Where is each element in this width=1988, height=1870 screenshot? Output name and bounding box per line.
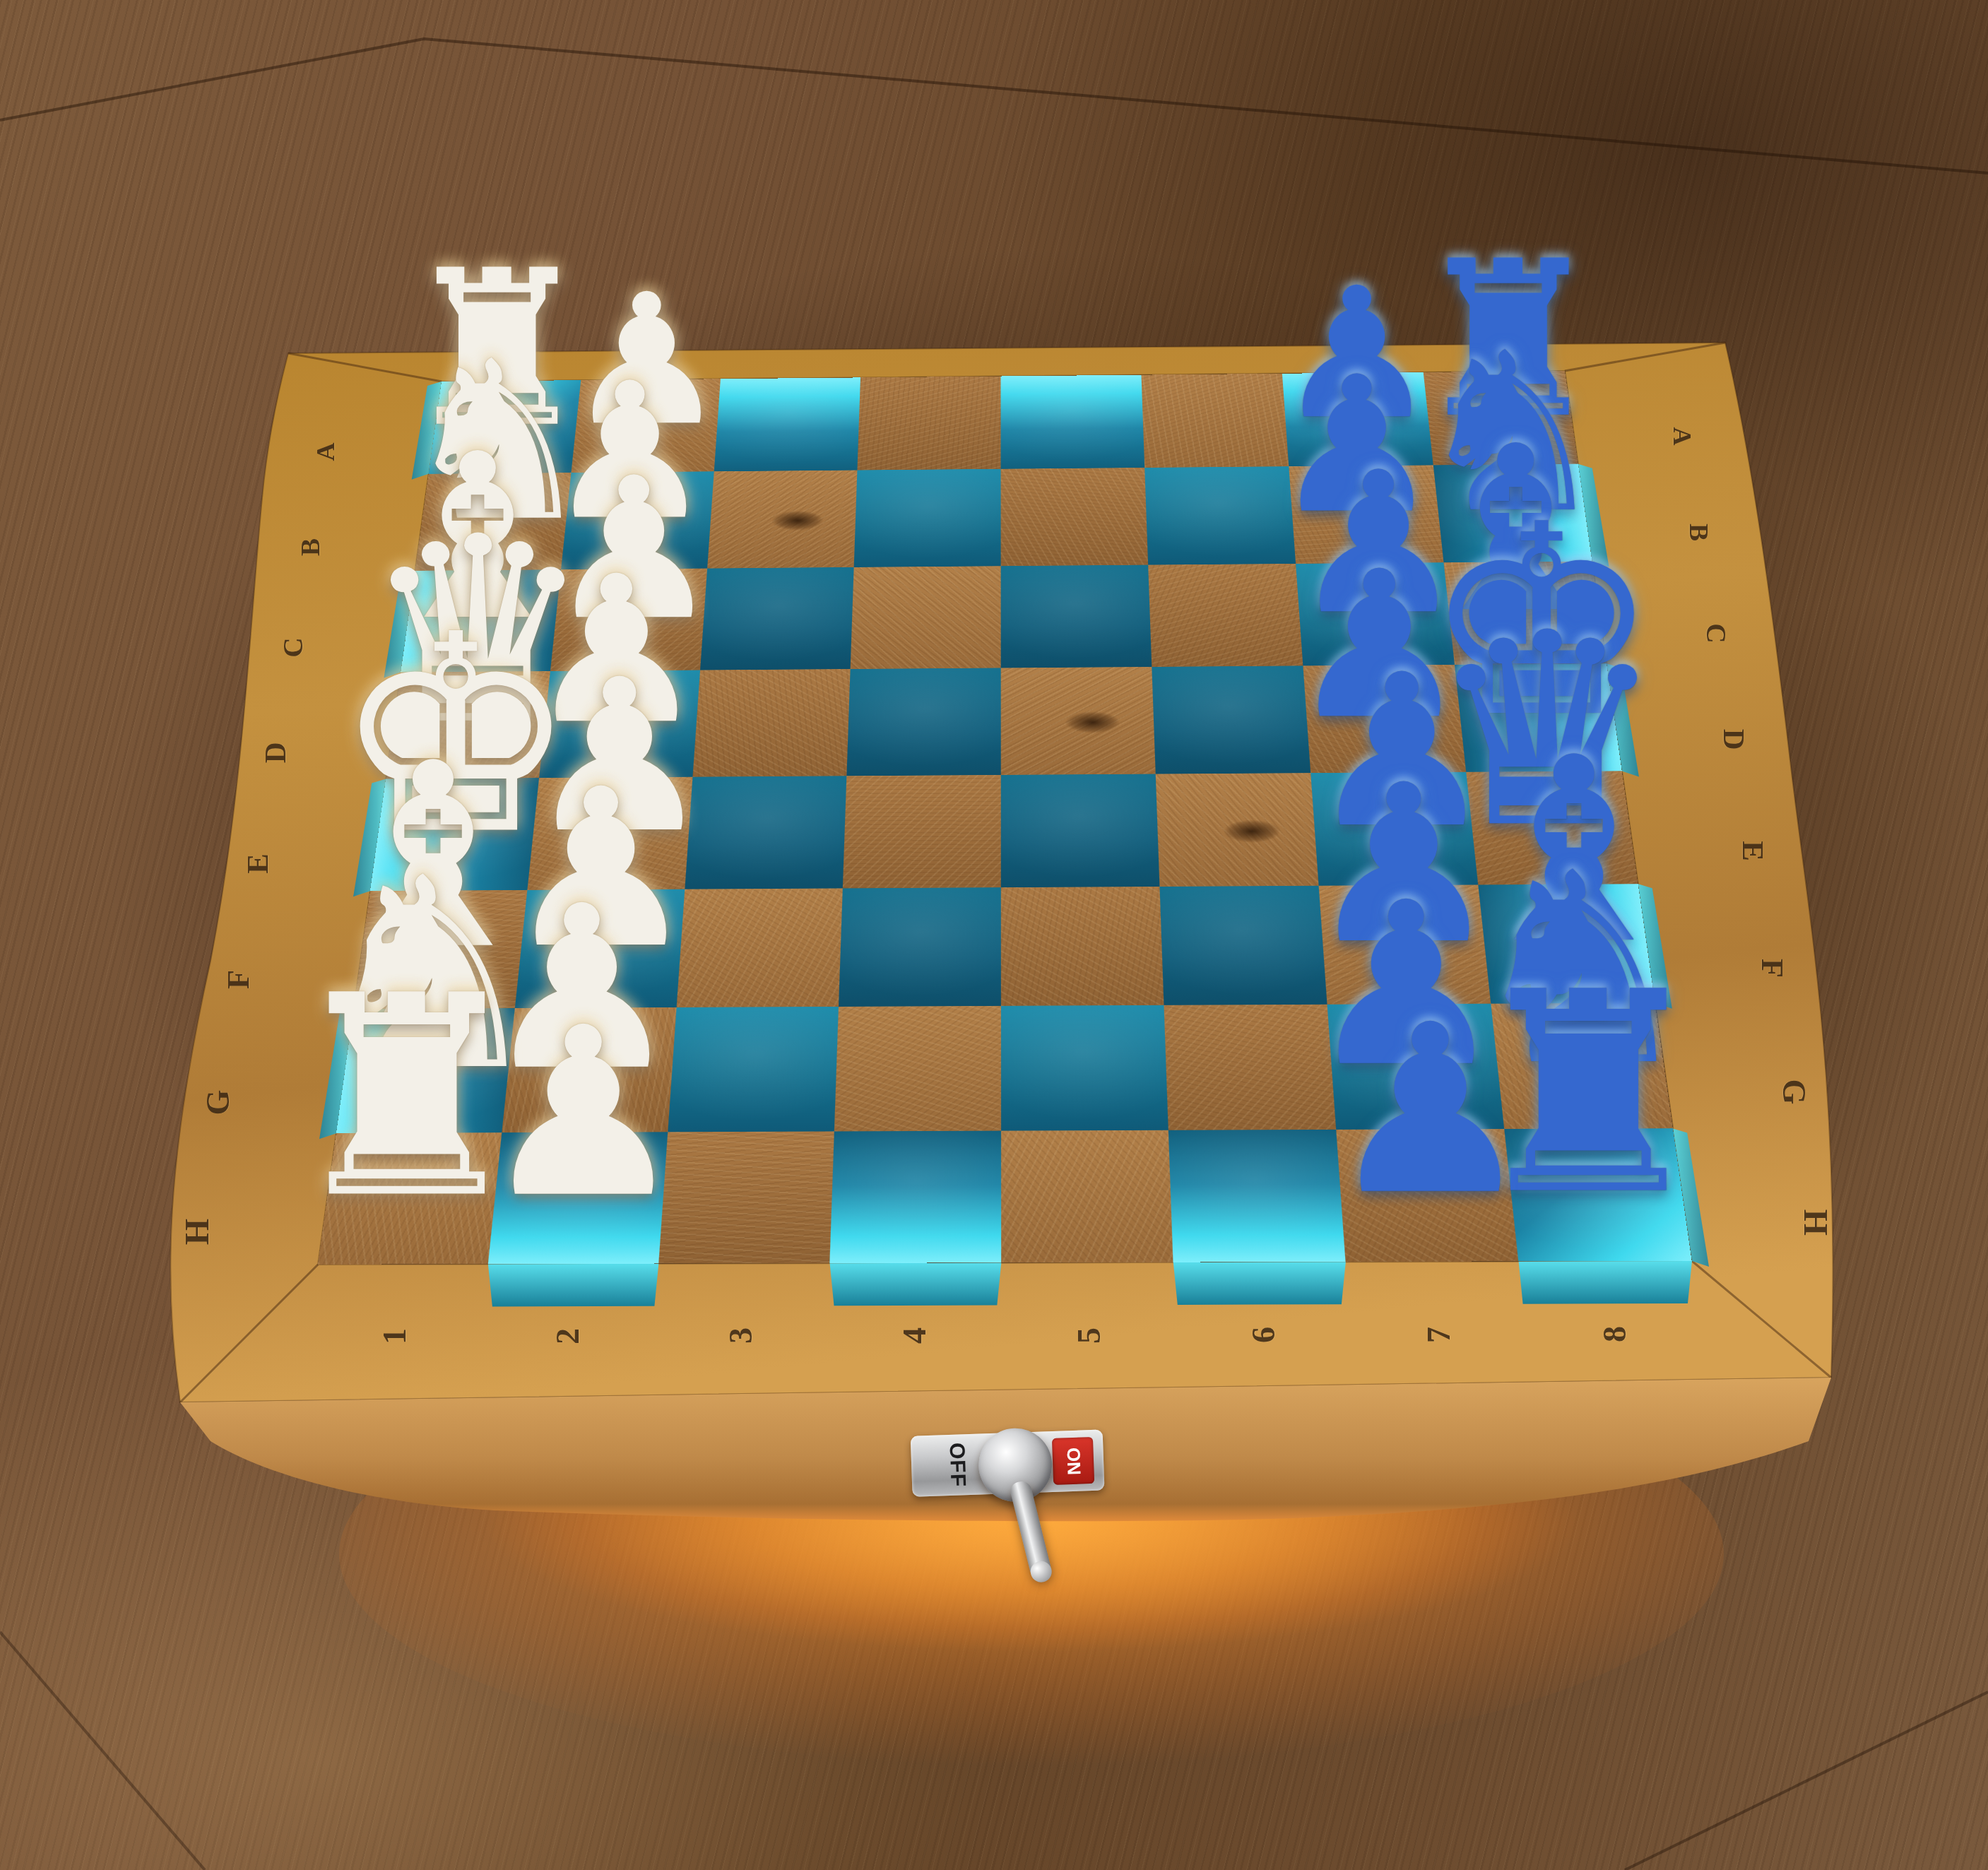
switch-lever[interactable] — [1008, 1479, 1053, 1580]
pieces-layer: ♜♞♝♚♛♝♞♜♟♟♟♟♟♟♟♟♟♟♟♟♟♟♟♟♜♞♝♛♚♝♞♜ — [0, 0, 1988, 1870]
switch-off-label: OFF — [945, 1443, 971, 1488]
switch-on-label: ON — [1062, 1447, 1084, 1475]
piece-white-rook-h1[interactable]: ♜ — [283, 960, 531, 1237]
led-power-switch[interactable]: OFF ON — [910, 1424, 1113, 1579]
piece-black-pawn-h7[interactable]: ♟ — [1326, 994, 1535, 1227]
switch-on-badge: ON — [1052, 1437, 1094, 1485]
switch-plate: OFF ON — [911, 1429, 1105, 1496]
